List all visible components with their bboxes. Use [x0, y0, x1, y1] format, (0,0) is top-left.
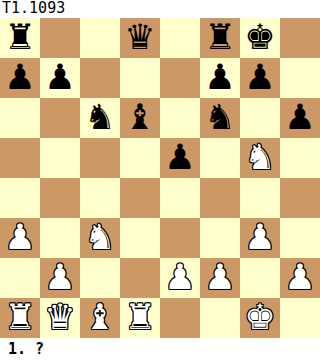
piece-black-pawn: ♟ — [44, 58, 75, 97]
square-c7[interactable] — [80, 58, 120, 98]
piece-white-pawn: ♟ — [204, 258, 235, 297]
square-f3[interactable] — [200, 218, 240, 258]
square-b1[interactable]: ♛ — [40, 298, 80, 338]
piece-black-bishop: ♝ — [124, 98, 155, 137]
piece-black-pawn: ♟ — [164, 138, 195, 177]
square-d6[interactable]: ♝ — [120, 98, 160, 138]
square-e5[interactable]: ♟ — [160, 138, 200, 178]
square-h8[interactable] — [280, 18, 320, 58]
piece-white-knight: ♞ — [84, 218, 115, 257]
square-f2[interactable]: ♟ — [200, 258, 240, 298]
piece-white-pawn: ♟ — [164, 258, 195, 297]
square-a8[interactable]: ♜ — [0, 18, 40, 58]
square-d3[interactable] — [120, 218, 160, 258]
piece-black-pawn: ♟ — [204, 58, 235, 97]
square-c1[interactable]: ♝ — [80, 298, 120, 338]
square-f7[interactable]: ♟ — [200, 58, 240, 98]
square-c6[interactable]: ♞ — [80, 98, 120, 138]
square-g2[interactable] — [240, 258, 280, 298]
square-h2[interactable]: ♟ — [280, 258, 320, 298]
square-b7[interactable]: ♟ — [40, 58, 80, 98]
square-e7[interactable] — [160, 58, 200, 98]
piece-black-knight: ♞ — [204, 98, 235, 137]
puzzle-title: T1.1093 — [0, 0, 320, 18]
square-g5[interactable]: ♞ — [240, 138, 280, 178]
piece-black-pawn: ♟ — [4, 58, 35, 97]
square-e3[interactable] — [160, 218, 200, 258]
square-c4[interactable] — [80, 178, 120, 218]
square-a5[interactable] — [0, 138, 40, 178]
chess-puzzle-app: T1.1093 ♜♛♜♚♟♟♟♟♞♝♞♟♟♞♟♞♟♟♟♟♟♜♛♝♜♚ 1. ? — [0, 0, 320, 360]
square-a3[interactable]: ♟ — [0, 218, 40, 258]
square-e8[interactable] — [160, 18, 200, 58]
square-b3[interactable] — [40, 218, 80, 258]
square-g7[interactable]: ♟ — [240, 58, 280, 98]
square-h5[interactable] — [280, 138, 320, 178]
piece-white-pawn: ♟ — [4, 218, 35, 257]
square-b2[interactable]: ♟ — [40, 258, 80, 298]
square-g4[interactable] — [240, 178, 280, 218]
square-b6[interactable] — [40, 98, 80, 138]
piece-black-pawn: ♟ — [284, 98, 315, 137]
square-g3[interactable]: ♟ — [240, 218, 280, 258]
square-a4[interactable] — [0, 178, 40, 218]
move-prompt: 1. ? — [0, 338, 320, 360]
piece-white-bishop: ♝ — [84, 298, 115, 337]
piece-black-rook: ♜ — [204, 18, 235, 57]
piece-black-king: ♚ — [244, 18, 275, 57]
piece-white-rook: ♜ — [124, 298, 155, 337]
chess-board: ♜♛♜♚♟♟♟♟♞♝♞♟♟♞♟♞♟♟♟♟♟♜♛♝♜♚ — [0, 18, 320, 338]
piece-white-pawn: ♟ — [284, 258, 315, 297]
square-f6[interactable]: ♞ — [200, 98, 240, 138]
square-e2[interactable]: ♟ — [160, 258, 200, 298]
square-f1[interactable] — [200, 298, 240, 338]
square-b8[interactable] — [40, 18, 80, 58]
square-h4[interactable] — [280, 178, 320, 218]
piece-white-king: ♚ — [244, 298, 275, 337]
square-h3[interactable] — [280, 218, 320, 258]
square-h7[interactable] — [280, 58, 320, 98]
square-c8[interactable] — [80, 18, 120, 58]
square-d5[interactable] — [120, 138, 160, 178]
square-e4[interactable] — [160, 178, 200, 218]
piece-black-queen: ♛ — [124, 18, 155, 57]
square-f8[interactable]: ♜ — [200, 18, 240, 58]
square-h6[interactable]: ♟ — [280, 98, 320, 138]
square-a1[interactable]: ♜ — [0, 298, 40, 338]
square-c3[interactable]: ♞ — [80, 218, 120, 258]
square-g8[interactable]: ♚ — [240, 18, 280, 58]
square-d1[interactable]: ♜ — [120, 298, 160, 338]
square-a6[interactable] — [0, 98, 40, 138]
square-d7[interactable] — [120, 58, 160, 98]
square-f5[interactable] — [200, 138, 240, 178]
square-f4[interactable] — [200, 178, 240, 218]
piece-white-pawn: ♟ — [244, 218, 275, 257]
square-c2[interactable] — [80, 258, 120, 298]
square-d4[interactable] — [120, 178, 160, 218]
piece-black-knight: ♞ — [84, 98, 115, 137]
square-h1[interactable] — [280, 298, 320, 338]
piece-white-queen: ♛ — [44, 298, 75, 337]
square-g6[interactable] — [240, 98, 280, 138]
piece-white-knight: ♞ — [244, 138, 275, 177]
square-e1[interactable] — [160, 298, 200, 338]
piece-black-rook: ♜ — [4, 18, 35, 57]
square-b4[interactable] — [40, 178, 80, 218]
piece-black-pawn: ♟ — [244, 58, 275, 97]
square-a7[interactable]: ♟ — [0, 58, 40, 98]
square-d8[interactable]: ♛ — [120, 18, 160, 58]
square-c5[interactable] — [80, 138, 120, 178]
square-a2[interactable] — [0, 258, 40, 298]
piece-white-pawn: ♟ — [44, 258, 75, 297]
square-d2[interactable] — [120, 258, 160, 298]
square-b5[interactable] — [40, 138, 80, 178]
square-e6[interactable] — [160, 98, 200, 138]
piece-white-rook: ♜ — [4, 298, 35, 337]
square-g1[interactable]: ♚ — [240, 298, 280, 338]
